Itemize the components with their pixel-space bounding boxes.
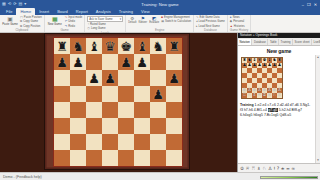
panel-tab-bar: Notation Database Table Training Score s… [238, 38, 320, 46]
board-pane: ♜♞♝♛♚♝♞♜♟♟♟♟♟♟♟♟ [0, 33, 237, 172]
black-knight[interactable]: ♞ [72, 40, 84, 53]
status-bar: Demo - (Feedback help) [0, 172, 320, 180]
square-e8[interactable]: ♚ [118, 38, 134, 54]
square-f7[interactable]: ♟ [134, 54, 150, 70]
notation-body: ♜♞♝♛♚♝♞♜♟♟♟♟♟♟♟♟♙♙♙♙♙♙♙♙♖♘♗♕♔♗♘♖ Trainin… [238, 55, 320, 163]
square-b1[interactable] [70, 150, 86, 166]
new-game-button[interactable]: ▦ New Game [47, 16, 63, 26]
black-pawn[interactable]: ♟ [104, 72, 116, 85]
square-a5[interactable] [54, 86, 70, 102]
square-a8[interactable]: ♜ [54, 38, 70, 54]
white-knight: ♘ [273, 93, 277, 97]
square-f2[interactable] [134, 134, 150, 150]
square-h3[interactable] [166, 118, 182, 134]
square-h1[interactable] [166, 150, 182, 166]
square-h4[interactable] [166, 102, 182, 118]
square-g4[interactable] [150, 102, 166, 118]
square-c1[interactable] [86, 150, 102, 166]
default-engine-label: Default [128, 21, 136, 24]
square-d2[interactable] [102, 134, 118, 150]
square-e1[interactable] [118, 150, 134, 166]
tab-analysis[interactable]: Analysis [92, 8, 115, 15]
white-bishop: ♗ [268, 93, 272, 97]
square-a2[interactable] [54, 134, 70, 150]
black-pawn[interactable]: ♟ [72, 56, 84, 69]
square-g5[interactable]: ♟ [150, 86, 166, 102]
evaluate-label: Evaluate [149, 21, 159, 24]
square-a3[interactable] [54, 118, 70, 134]
square-h7[interactable] [166, 54, 182, 70]
chess-board: ♜♞♝♛♚♝♞♜♟♟♟♟♟♟♟♟ [54, 38, 182, 166]
ribbon-group-game: ▦ New Game ✎Input mode ↶Undo ↷Redo Game [45, 15, 86, 32]
black-pawn[interactable]: ♟ [168, 72, 180, 85]
white-rook: ♖ [243, 93, 247, 97]
square-b5[interactable] [70, 86, 86, 102]
black-knight[interactable]: ♞ [152, 40, 164, 53]
kibitzer-label: Kibitzer [138, 21, 147, 24]
strength-meter [260, 176, 318, 180]
ribbon-group-history: ●News ◆Personal ▲Histories Game History [228, 15, 251, 32]
panel-tab-livebook[interactable]: LiveB [312, 39, 320, 45]
black-pawn[interactable]: ♟ [120, 56, 132, 69]
square-g7[interactable] [150, 54, 166, 70]
mini-square-h1: ♖ [277, 93, 282, 98]
notation-scrollbar[interactable]: ▲ ▼ [315, 55, 320, 163]
add-kibitzer-button[interactable]: ⚑Kibitzer [138, 16, 147, 24]
ribbon-group-database: ✎Edit Game Data ◂Load Previous Game ▸Loa… [194, 15, 228, 32]
square-b7[interactable]: ♟ [70, 54, 86, 70]
square-a7[interactable]: ♟ [54, 54, 70, 70]
status-text: Demo - (Feedback help) [0, 175, 42, 179]
clipboard-group-label: Clipboard [2, 28, 42, 32]
white-king: ♔ [263, 93, 267, 97]
panel-tab-scoresheet[interactable]: Score sheet [293, 39, 312, 45]
black-pawn[interactable]: ♟ [88, 72, 100, 85]
chevron-down-icon: ▾ [120, 17, 121, 21]
default-engine-button[interactable]: ⚙Default [128, 16, 136, 24]
main-area: ♜♞♝♛♚♝♞♜♟♟♟♟♟♟♟♟ Notation + Openings Boo… [0, 33, 320, 172]
annotation-toolbar[interactable]: ♔ ♕ ♖ ♗ ♘ ♙ ! ? ± = ∞ [238, 163, 320, 172]
square-c5[interactable] [86, 86, 102, 102]
square-g2[interactable] [150, 134, 166, 150]
square-c3[interactable] [86, 118, 102, 134]
square-b4[interactable] [70, 102, 86, 118]
notation-prefix: Training [240, 103, 254, 107]
square-h2[interactable] [166, 134, 182, 150]
square-c8[interactable]: ♝ [86, 38, 102, 54]
switch-calculation-label: Switch to Calculation [165, 20, 191, 23]
database-group-label: Database [196, 28, 225, 32]
move-list[interactable]: Training 1.e2-e4 c7-c6 2.d2-d4 d7-d6 3.N… [240, 103, 312, 117]
square-e6[interactable] [118, 70, 134, 86]
square-e3[interactable] [118, 118, 134, 134]
title-bar: ▦ ⟲ ⟳ ▤ ▾ Training: New game – ❐ ✕ [0, 0, 320, 8]
scroll-up-icon[interactable]: ▲ [317, 55, 320, 60]
square-d6[interactable]: ♟ [102, 70, 118, 86]
square-c2[interactable] [86, 134, 102, 150]
tab-view[interactable]: View [137, 8, 154, 15]
tab-board[interactable]: Board [53, 8, 72, 15]
black-rook[interactable]: ♜ [56, 40, 68, 53]
black-pawn[interactable]: ♟ [56, 56, 68, 69]
square-a6[interactable] [54, 70, 70, 86]
square-b8[interactable]: ♞ [70, 38, 86, 54]
square-c6[interactable]: ♟ [86, 70, 102, 86]
black-rook[interactable]: ♜ [168, 40, 180, 53]
square-d1[interactable] [102, 150, 118, 166]
square-e4[interactable] [118, 102, 134, 118]
tab-report[interactable]: Report [72, 8, 92, 15]
new-game-label: New Game [48, 23, 62, 26]
black-bishop[interactable]: ♝ [88, 40, 100, 53]
square-h8[interactable]: ♜ [166, 38, 182, 54]
square-f5[interactable] [134, 86, 150, 102]
current-move[interactable]: g7-g5 [268, 108, 278, 112]
square-e2[interactable] [118, 134, 134, 150]
ribbon-tab-bar: File Home Insert Board Report Analysis T… [0, 8, 320, 15]
square-g8[interactable]: ♞ [150, 38, 166, 54]
white-queen: ♕ [258, 93, 262, 97]
panel-tab-table[interactable]: Table [268, 39, 279, 45]
square-d3[interactable] [102, 118, 118, 134]
square-h5[interactable] [166, 86, 182, 102]
ribbon-group-clipboard: ▣ Paste Game ▢Paste Position ⧉Copy Game … [0, 15, 45, 32]
board-frame: ♜♞♝♛♚♝♞♜♟♟♟♟♟♟♟♟ [44, 33, 190, 170]
save-game-dropdown-value: Ask to Save Game [89, 17, 112, 21]
paste-game-button[interactable]: ▣ Paste Game [2, 16, 18, 26]
game-group-label: Game [47, 28, 83, 32]
square-f3[interactable] [134, 118, 150, 134]
ribbon-group-engine: ⚙Default ⚑Kibitzer ◩Evaluate ■Engine Man… [126, 15, 194, 32]
square-f1[interactable] [134, 150, 150, 166]
square-g3[interactable] [150, 118, 166, 134]
scroll-down-icon[interactable]: ▼ [317, 158, 320, 163]
black-pawn[interactable]: ♟ [136, 56, 148, 69]
white-bishop: ♗ [253, 93, 257, 97]
panel-tab-database[interactable]: Database [252, 39, 268, 45]
black-pawn[interactable]: ♟ [152, 88, 164, 101]
notation-panel: Notation + Openings Book Notation Databa… [237, 33, 320, 172]
square-c7[interactable] [86, 54, 102, 70]
switch-calculation-button[interactable]: ▦Switch to Calculation [161, 20, 191, 23]
square-a1[interactable] [54, 150, 70, 166]
square-f4[interactable] [134, 102, 150, 118]
square-f8[interactable]: ♝ [134, 38, 150, 54]
square-d4[interactable] [102, 102, 118, 118]
minimize-button[interactable]: – [302, 2, 304, 7]
square-e7[interactable]: ♟ [118, 54, 134, 70]
square-b6[interactable] [70, 70, 86, 86]
maximize-button[interactable]: ❐ [307, 2, 311, 7]
black-queen[interactable]: ♛ [104, 40, 116, 53]
square-h6[interactable]: ♟ [166, 70, 182, 86]
square-d7[interactable] [102, 54, 118, 70]
game-heading: New game [238, 46, 320, 55]
ribbon-group-levels: Ask to Save Game ▾ ◔Rated Game ◷Long Gam… [85, 15, 126, 32]
square-b3[interactable] [70, 118, 86, 134]
tab-insert[interactable]: Insert [35, 8, 53, 15]
window-title: Training: New game [0, 2, 320, 7]
black-bishop[interactable]: ♝ [136, 40, 148, 53]
calculation-icon: ▦ [161, 20, 164, 23]
square-a4[interactable] [54, 102, 70, 118]
panel-tab-training[interactable]: Training [279, 39, 293, 45]
square-e5[interactable] [118, 86, 134, 102]
mini-board: ♜♞♝♛♚♝♞♜♟♟♟♟♟♟♟♟♙♙♙♙♙♙♙♙♖♘♗♕♔♗♘♖ [242, 58, 282, 98]
square-g6[interactable] [150, 70, 166, 86]
tab-training[interactable]: Training [115, 8, 137, 15]
engine-group-label: Engine [128, 28, 191, 32]
tab-home[interactable]: Home [16, 8, 35, 15]
white-rook: ♖ [278, 93, 282, 97]
square-f6[interactable] [134, 70, 150, 86]
white-knight: ♘ [248, 93, 252, 97]
square-d8[interactable]: ♛ [102, 38, 118, 54]
mini-board-frame: ♜♞♝♛♚♝♞♜♟♟♟♟♟♟♟♟♙♙♙♙♙♙♙♙♖♘♗♕♔♗♘♖ [241, 57, 283, 99]
tab-file[interactable]: File [2, 8, 16, 15]
evaluate-button[interactable]: ◩Evaluate [149, 16, 159, 24]
black-king[interactable]: ♚ [120, 40, 132, 53]
square-c4[interactable] [86, 102, 102, 118]
ribbon: ▣ Paste Game ▢Paste Position ⧉Copy Game … [0, 15, 320, 33]
square-g1[interactable] [150, 150, 166, 166]
close-button[interactable]: ✕ [314, 2, 317, 7]
square-d5[interactable] [102, 86, 118, 102]
history-group-label: Game History [230, 28, 248, 32]
panel-tab-notation[interactable]: Notation [238, 39, 252, 45]
paste-game-label: Paste Game [2, 23, 18, 26]
square-b2[interactable] [70, 134, 86, 150]
